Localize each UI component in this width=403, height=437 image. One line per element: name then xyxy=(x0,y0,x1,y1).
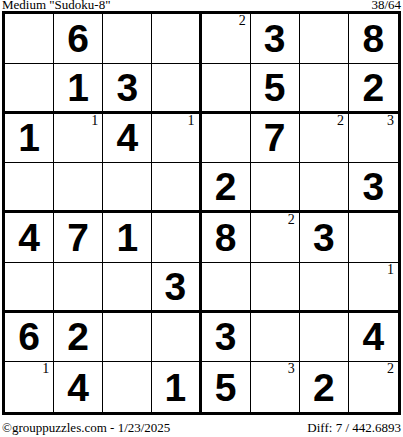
cell-r5c8[interactable] xyxy=(349,213,398,263)
cell-r7c5[interactable]: 3 xyxy=(202,313,251,363)
cell-r6c4[interactable]: 3 xyxy=(152,263,201,313)
given-digit: 6 xyxy=(67,19,89,58)
pencil-mark: 2 xyxy=(239,14,246,28)
cell-r6c7[interactable] xyxy=(300,263,349,313)
pencil-mark: 3 xyxy=(387,114,394,128)
progress-counter: 38/64 xyxy=(371,0,401,11)
cell-r1c4[interactable] xyxy=(152,14,201,64)
footer: ©grouppuzzles.com - 1/23/2025 Diff: 7 / … xyxy=(0,421,403,435)
cell-r2c7[interactable] xyxy=(300,64,349,114)
pencil-mark: 3 xyxy=(288,362,295,376)
cell-r7c3[interactable] xyxy=(103,313,152,363)
cell-r5c2[interactable]: 7 xyxy=(54,213,103,263)
cell-r7c8[interactable]: 4 xyxy=(349,313,398,363)
cell-r1c5[interactable]: 2 xyxy=(202,14,251,64)
given-digit: 1 xyxy=(116,218,138,257)
pencil-mark: 2 xyxy=(288,213,295,227)
cell-r1c3[interactable] xyxy=(103,14,152,64)
cell-r4c4[interactable] xyxy=(152,163,201,213)
cell-r4c7[interactable] xyxy=(300,163,349,213)
cell-r8c5[interactable]: 5 xyxy=(202,362,251,412)
cell-r2c3[interactable]: 3 xyxy=(103,64,152,114)
cell-r8c2[interactable]: 4 xyxy=(54,362,103,412)
given-digit: 3 xyxy=(363,167,385,206)
given-digit: 1 xyxy=(18,118,40,157)
given-digit: 7 xyxy=(264,118,286,157)
cell-r2c2[interactable]: 1 xyxy=(54,64,103,114)
copyright-text: ©grouppuzzles.com - 1/23/2025 xyxy=(2,421,170,435)
cell-r3c1[interactable]: 1 xyxy=(5,114,54,164)
cell-r6c6[interactable] xyxy=(251,263,300,313)
cell-r2c4[interactable] xyxy=(152,64,201,114)
cell-r4c5[interactable]: 2 xyxy=(202,163,251,213)
cell-r6c8[interactable]: 1 xyxy=(349,263,398,313)
cell-r4c1[interactable] xyxy=(5,163,54,213)
cell-r3c2[interactable]: 1 xyxy=(54,114,103,164)
cell-r3c4[interactable]: 1 xyxy=(152,114,201,164)
cell-r3c3[interactable]: 4 xyxy=(103,114,152,164)
given-digit: 2 xyxy=(67,317,89,356)
given-digit: 3 xyxy=(313,218,335,257)
difficulty-text: Diff: 7 / 442.6893 xyxy=(307,421,401,435)
cell-r2c5[interactable] xyxy=(202,64,251,114)
cell-r6c2[interactable] xyxy=(54,263,103,313)
cell-r8c6[interactable]: 3 xyxy=(251,362,300,412)
cell-r8c4[interactable]: 1 xyxy=(152,362,201,412)
cell-r2c6[interactable]: 5 xyxy=(251,64,300,114)
cell-r1c2[interactable]: 6 xyxy=(54,14,103,64)
cell-r4c8[interactable]: 3 xyxy=(349,163,398,213)
given-digit: 3 xyxy=(215,317,237,356)
cell-r4c2[interactable] xyxy=(54,163,103,213)
cell-r5c5[interactable]: 8 xyxy=(202,213,251,263)
given-digit: 5 xyxy=(264,68,286,107)
given-digit: 4 xyxy=(116,118,138,157)
page-title: Medium "Sudoku-8" xyxy=(2,0,110,11)
cell-r3c7[interactable]: 2 xyxy=(300,114,349,164)
pencil-mark: 2 xyxy=(337,114,344,128)
pencil-mark: 1 xyxy=(42,362,49,376)
given-digit: 3 xyxy=(264,19,286,58)
cell-r6c1[interactable] xyxy=(5,263,54,313)
cell-r2c8[interactable]: 2 xyxy=(349,64,398,114)
given-digit: 2 xyxy=(363,68,385,107)
cell-r5c7[interactable]: 3 xyxy=(300,213,349,263)
cell-r5c3[interactable]: 1 xyxy=(103,213,152,263)
cell-r4c3[interactable] xyxy=(103,163,152,213)
cell-r7c2[interactable]: 2 xyxy=(54,313,103,363)
cell-r3c8[interactable]: 3 xyxy=(349,114,398,164)
cell-r3c5[interactable] xyxy=(202,114,251,164)
sudoku-board: 623813521141723234718233162341415322 xyxy=(2,11,401,415)
cell-r8c7[interactable]: 2 xyxy=(300,362,349,412)
given-digit: 8 xyxy=(363,19,385,58)
cell-r1c6[interactable]: 3 xyxy=(251,14,300,64)
given-digit: 2 xyxy=(313,368,335,407)
cell-r5c6[interactable]: 2 xyxy=(251,213,300,263)
cell-r1c8[interactable]: 8 xyxy=(349,14,398,64)
cell-r7c6[interactable] xyxy=(251,313,300,363)
header: Medium "Sudoku-8" 38/64 xyxy=(0,0,403,11)
cell-r1c7[interactable] xyxy=(300,14,349,64)
given-digit: 5 xyxy=(215,368,237,407)
cell-r7c1[interactable]: 6 xyxy=(5,313,54,363)
given-digit: 3 xyxy=(165,267,187,306)
given-digit: 4 xyxy=(363,317,385,356)
puzzle-page: Medium "Sudoku-8" 38/64 6238135211417232… xyxy=(0,0,403,437)
given-digit: 1 xyxy=(165,368,187,407)
given-digit: 2 xyxy=(215,167,237,206)
given-digit: 3 xyxy=(116,68,138,107)
pencil-mark: 1 xyxy=(91,114,98,128)
cell-r7c7[interactable] xyxy=(300,313,349,363)
pencil-mark: 1 xyxy=(188,114,195,128)
given-digit: 4 xyxy=(18,218,40,257)
cell-r8c1[interactable]: 1 xyxy=(5,362,54,412)
cell-r2c1[interactable] xyxy=(5,64,54,114)
cell-r6c5[interactable] xyxy=(202,263,251,313)
given-digit: 4 xyxy=(67,368,89,407)
cell-r5c1[interactable]: 4 xyxy=(5,213,54,263)
cell-r3c6[interactable]: 7 xyxy=(251,114,300,164)
cell-r4c6[interactable] xyxy=(251,163,300,213)
given-digit: 7 xyxy=(67,218,89,257)
given-digit: 8 xyxy=(215,218,237,257)
cell-r1c1[interactable] xyxy=(5,14,54,64)
pencil-mark: 2 xyxy=(387,362,394,376)
cell-r8c3[interactable] xyxy=(103,362,152,412)
given-digit: 1 xyxy=(67,68,89,107)
cell-r7c4[interactable] xyxy=(152,313,201,363)
cell-r5c4[interactable] xyxy=(152,213,201,263)
pencil-mark: 1 xyxy=(387,263,394,277)
cell-r6c3[interactable] xyxy=(103,263,152,313)
cell-r8c8[interactable]: 2 xyxy=(349,362,398,412)
given-digit: 6 xyxy=(18,317,40,356)
